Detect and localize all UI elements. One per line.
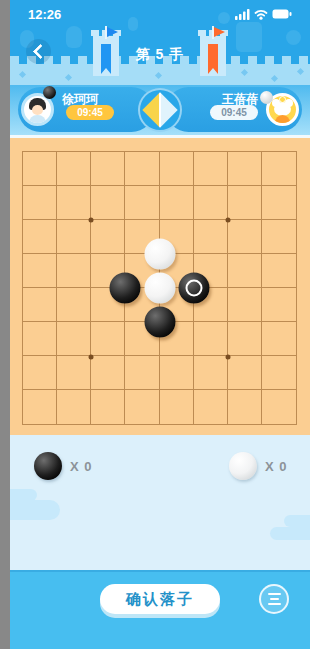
menu-icon: [270, 598, 279, 600]
player-bar: 徐珂珂 09:45 王蓓蓓 09:45: [10, 85, 310, 135]
board-cell: [228, 356, 262, 390]
status-bar: 12:26: [10, 0, 310, 26]
board-cell: [160, 152, 194, 186]
board-cell: [125, 390, 159, 424]
black-stone: [144, 307, 175, 338]
board-cell: [23, 356, 57, 390]
black-stone: [178, 273, 209, 304]
board-cell: [91, 322, 125, 356]
board-cell: [57, 390, 91, 424]
move-counter-title: 第 5 手: [10, 46, 310, 64]
board-cell: [91, 220, 125, 254]
turn-indicator: [138, 88, 182, 132]
black-stone-icon: [34, 452, 62, 480]
menu-button[interactable]: [259, 584, 289, 614]
board-cell: [228, 186, 262, 220]
go-board: [10, 138, 310, 435]
blue-flag-icon: [107, 27, 118, 37]
board-cell: [262, 390, 296, 424]
board-cell: [262, 152, 296, 186]
board-cell: [125, 152, 159, 186]
board-cell: [262, 186, 296, 220]
board-cell: [228, 288, 262, 322]
board-cell: [57, 254, 91, 288]
board-cell: [228, 390, 262, 424]
white-captures-counter: X 0: [229, 452, 288, 480]
cloud-decoration: [286, 30, 301, 45]
white-stone-badge-icon: [260, 91, 273, 104]
board-cell: [228, 220, 262, 254]
board-cell: [91, 186, 125, 220]
avatar-face: [32, 105, 43, 115]
board-cell: [23, 288, 57, 322]
board-cell: [23, 390, 57, 424]
wifi-icon: [254, 9, 268, 20]
star-point: [226, 217, 231, 222]
last-move-marker: [185, 280, 202, 297]
avatar-face: [274, 102, 291, 116]
star-point: [88, 217, 93, 222]
capture-section: X 0 X 0: [10, 435, 310, 570]
black-stone: [110, 273, 141, 304]
go-board-grid[interactable]: [22, 151, 297, 425]
board-cell: [262, 254, 296, 288]
board-cell: [125, 186, 159, 220]
battery-icon: [272, 9, 292, 19]
board-cell: [194, 186, 228, 220]
board-cell: [91, 152, 125, 186]
avatar-body: [29, 115, 46, 123]
board-cell: [194, 322, 228, 356]
board-cell: [23, 254, 57, 288]
turn-diamond-icon: [142, 92, 177, 127]
board-cell: [262, 322, 296, 356]
app-screen: 12:26: [10, 0, 310, 649]
board-cell: [91, 356, 125, 390]
board-cell: [57, 220, 91, 254]
star-point: [226, 354, 231, 359]
white-stone-icon: [229, 452, 257, 480]
status-icons: [235, 9, 292, 20]
star-point: [88, 354, 93, 359]
avatar-body: [275, 115, 290, 123]
board-cell: [57, 186, 91, 220]
board-cell: [194, 220, 228, 254]
board-cell: [160, 390, 194, 424]
clock-time: 12:26: [28, 7, 61, 22]
board-cell: [262, 288, 296, 322]
board-cell: [160, 356, 194, 390]
orange-flag-icon: [214, 27, 225, 37]
white-stone: [144, 238, 175, 269]
board-cell: [23, 152, 57, 186]
board-cell: [194, 356, 228, 390]
board-cell: [23, 186, 57, 220]
board-cell: [91, 390, 125, 424]
board-cell: [57, 152, 91, 186]
board-cell: [125, 356, 159, 390]
board-cell: [262, 220, 296, 254]
board-cell: [262, 356, 296, 390]
black-stone-badge-icon: [43, 86, 56, 99]
menu-icon: [268, 603, 281, 605]
board-cell: [228, 254, 262, 288]
cloud-decoration: [284, 515, 310, 527]
white-captures-label: X 0: [265, 459, 288, 474]
board-cell: [57, 288, 91, 322]
cloud-decoration: [10, 500, 60, 520]
board-cell: [23, 220, 57, 254]
board-cell: [228, 322, 262, 356]
board-cell: [23, 322, 57, 356]
board-cell: [228, 152, 262, 186]
board-cell: [160, 186, 194, 220]
white-stone: [144, 273, 175, 304]
black-captures-label: X 0: [70, 459, 93, 474]
right-player-timer: 09:45: [210, 105, 258, 120]
bottom-bar: 确认落子: [10, 570, 310, 649]
board-cell: [57, 356, 91, 390]
cloud-decoration: [270, 527, 310, 540]
board-cell: [194, 390, 228, 424]
confirm-move-button[interactable]: 确认落子: [100, 584, 220, 614]
board-cell: [194, 152, 228, 186]
castle-silhouette-decoration: [66, 26, 82, 48]
black-captures-counter: X 0: [34, 452, 93, 480]
chevron-left-icon: [32, 44, 48, 60]
header: 12:26: [10, 0, 310, 85]
signal-icon: [235, 9, 250, 20]
board-cell: [57, 322, 91, 356]
menu-icon: [268, 593, 281, 595]
back-button[interactable]: [26, 39, 51, 64]
left-player-timer: 09:45: [66, 105, 114, 120]
avatar-badge: [279, 96, 286, 103]
